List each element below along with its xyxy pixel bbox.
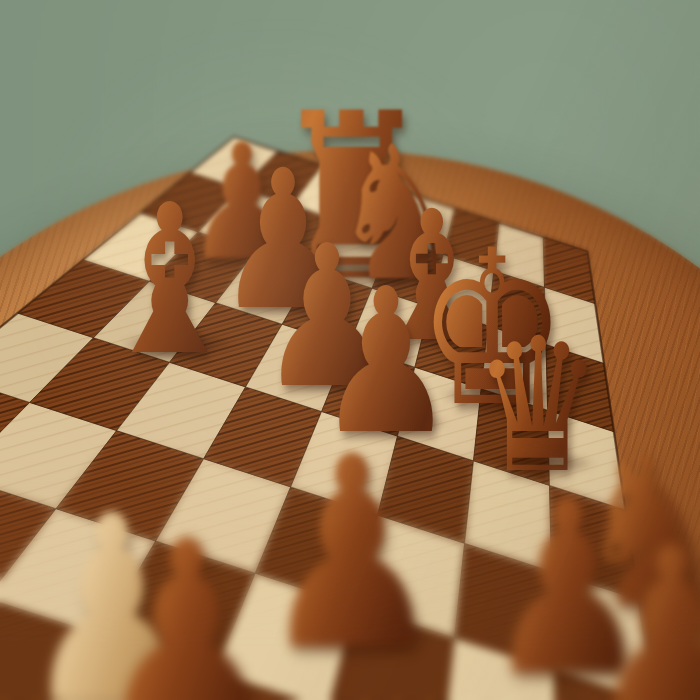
pawn-glyph: ♟ xyxy=(585,515,700,700)
pieces-layer: ♟♜♞♟♝♟♝♚♛♟♟♟♟♞♟♟ xyxy=(0,0,700,700)
black-pawn-h2[interactable]: ♟ xyxy=(560,515,700,700)
black-pawn-d2[interactable]: ♟ xyxy=(66,506,308,700)
chess-photo-scene: ♟♜♞♟♝♟♝♚♛♟♟♟♟♞♟♟ xyxy=(0,0,700,700)
black-bishop-b5[interactable]: ♝ xyxy=(77,177,263,349)
bishop-glyph: ♝ xyxy=(98,177,243,384)
pawn-glyph: ♟ xyxy=(93,506,282,700)
